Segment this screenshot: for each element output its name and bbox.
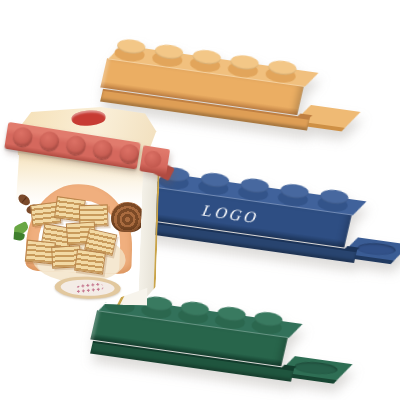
product-photo: LOGO [0, 0, 400, 400]
wafer-cube [74, 249, 106, 275]
clip-stud [65, 134, 87, 156]
clip-tab-recess [290, 360, 342, 376]
clip-stud [197, 178, 230, 197]
blue-bag-clip: LOGO [139, 156, 400, 283]
clip-stud [316, 195, 349, 214]
coffee-cup [54, 276, 121, 300]
bag-artwork [12, 182, 150, 303]
clip-stud [119, 143, 141, 165]
clip-tab-recess [353, 241, 400, 257]
clip-stud [12, 126, 34, 148]
clip-stud [226, 60, 259, 79]
clip-stud [151, 50, 184, 69]
clip-stud [237, 184, 270, 203]
clip-stud [39, 130, 61, 152]
clip-stud [113, 44, 146, 63]
clip-stud [92, 139, 114, 161]
clip-stud [189, 55, 222, 74]
chocolate-swirl [111, 201, 145, 232]
logo-imprint: LOGO [199, 202, 262, 227]
clip-stud [250, 317, 283, 336]
clip-stud [276, 189, 309, 208]
clip-stud [213, 312, 246, 331]
clip-stud [264, 66, 297, 85]
clip-stud [177, 307, 210, 326]
